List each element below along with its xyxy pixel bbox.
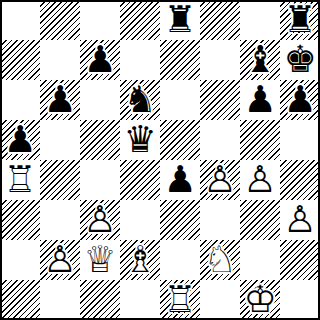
square-d4[interactable] bbox=[120, 160, 160, 200]
square-h2[interactable] bbox=[280, 240, 320, 280]
white-rook-icon: ♖ bbox=[160, 280, 200, 320]
square-a4[interactable]: ♜♖ bbox=[0, 160, 40, 200]
square-d2[interactable]: ♝♗ bbox=[120, 240, 160, 280]
square-f1[interactable] bbox=[200, 280, 240, 320]
square-b7[interactable] bbox=[40, 40, 80, 80]
square-f2[interactable]: ♞♘ bbox=[200, 240, 240, 280]
square-h3[interactable]: ♟♙ bbox=[280, 200, 320, 240]
square-f3[interactable] bbox=[200, 200, 240, 240]
square-c8[interactable] bbox=[80, 0, 120, 40]
square-e5[interactable] bbox=[160, 120, 200, 160]
square-a8[interactable] bbox=[0, 0, 40, 40]
square-b6[interactable]: ♟♟ bbox=[40, 80, 80, 120]
square-b3[interactable] bbox=[40, 200, 80, 240]
chess-board-wrapper: ♜♜♜♜♟♟♝♝♚♚♟♟♞♞♟♟♟♟♟♟♛♛♜♖♟♟♟♙♟♙♟♙♟♙♟♙♛♕♝♗… bbox=[0, 0, 320, 320]
square-h6[interactable]: ♟♟ bbox=[280, 80, 320, 120]
black-bishop-icon: ♝ bbox=[240, 40, 280, 80]
black-rook-icon: ♜ bbox=[280, 0, 320, 40]
square-f4[interactable]: ♟♙ bbox=[200, 160, 240, 200]
square-a3[interactable] bbox=[0, 200, 40, 240]
white-pawn-icon: ♙ bbox=[80, 200, 120, 240]
square-a1[interactable] bbox=[0, 280, 40, 320]
square-c4[interactable] bbox=[80, 160, 120, 200]
white-pawn-icon: ♙ bbox=[240, 160, 280, 200]
square-b5[interactable] bbox=[40, 120, 80, 160]
square-a5[interactable]: ♟♟ bbox=[0, 120, 40, 160]
square-c3[interactable]: ♟♙ bbox=[80, 200, 120, 240]
square-h7[interactable]: ♚♚ bbox=[280, 40, 320, 80]
square-c6[interactable] bbox=[80, 80, 120, 120]
square-h1[interactable] bbox=[280, 280, 320, 320]
white-knight-icon: ♘ bbox=[200, 240, 240, 280]
square-d1[interactable] bbox=[120, 280, 160, 320]
white-pawn-icon: ♙ bbox=[40, 240, 80, 280]
square-c1[interactable] bbox=[80, 280, 120, 320]
square-b4[interactable] bbox=[40, 160, 80, 200]
square-b8[interactable] bbox=[40, 0, 80, 40]
square-g3[interactable] bbox=[240, 200, 280, 240]
square-f6[interactable] bbox=[200, 80, 240, 120]
square-e8[interactable]: ♜♜ bbox=[160, 0, 200, 40]
square-e2[interactable] bbox=[160, 240, 200, 280]
square-g8[interactable] bbox=[240, 0, 280, 40]
square-g6[interactable]: ♟♟ bbox=[240, 80, 280, 120]
square-g5[interactable] bbox=[240, 120, 280, 160]
square-g1[interactable]: ♚♔ bbox=[240, 280, 280, 320]
square-e7[interactable] bbox=[160, 40, 200, 80]
white-bishop-icon: ♗ bbox=[120, 240, 160, 280]
square-d7[interactable] bbox=[120, 40, 160, 80]
square-h8[interactable]: ♜♜ bbox=[280, 0, 320, 40]
black-pawn-icon: ♟ bbox=[160, 160, 200, 200]
chess-board: ♜♜♜♜♟♟♝♝♚♚♟♟♞♞♟♟♟♟♟♟♛♛♜♖♟♟♟♙♟♙♟♙♟♙♟♙♛♕♝♗… bbox=[0, 0, 320, 320]
square-a6[interactable] bbox=[0, 80, 40, 120]
black-pawn-icon: ♟ bbox=[0, 120, 40, 160]
square-g4[interactable]: ♟♙ bbox=[240, 160, 280, 200]
square-b2[interactable]: ♟♙ bbox=[40, 240, 80, 280]
square-a2[interactable] bbox=[0, 240, 40, 280]
square-d5[interactable]: ♛♛ bbox=[120, 120, 160, 160]
square-h4[interactable] bbox=[280, 160, 320, 200]
white-rook-icon: ♖ bbox=[0, 160, 40, 200]
white-pawn-icon: ♙ bbox=[200, 160, 240, 200]
square-e6[interactable] bbox=[160, 80, 200, 120]
square-d6[interactable]: ♞♞ bbox=[120, 80, 160, 120]
black-knight-icon: ♞ bbox=[120, 80, 160, 120]
black-pawn-icon: ♟ bbox=[40, 80, 80, 120]
square-g7[interactable]: ♝♝ bbox=[240, 40, 280, 80]
white-king-icon: ♔ bbox=[240, 280, 280, 320]
square-e1[interactable]: ♜♖ bbox=[160, 280, 200, 320]
white-queen-icon: ♕ bbox=[80, 240, 120, 280]
black-pawn-icon: ♟ bbox=[80, 40, 120, 80]
square-d8[interactable] bbox=[120, 0, 160, 40]
black-queen-icon: ♛ bbox=[120, 120, 160, 160]
square-c5[interactable] bbox=[80, 120, 120, 160]
square-e4[interactable]: ♟♟ bbox=[160, 160, 200, 200]
white-pawn-icon: ♙ bbox=[280, 200, 320, 240]
square-e3[interactable] bbox=[160, 200, 200, 240]
square-a7[interactable] bbox=[0, 40, 40, 80]
square-c7[interactable]: ♟♟ bbox=[80, 40, 120, 80]
square-h5[interactable] bbox=[280, 120, 320, 160]
square-b1[interactable] bbox=[40, 280, 80, 320]
black-king-icon: ♚ bbox=[280, 40, 320, 80]
square-c2[interactable]: ♛♕ bbox=[80, 240, 120, 280]
square-f7[interactable] bbox=[200, 40, 240, 80]
square-g2[interactable] bbox=[240, 240, 280, 280]
square-f8[interactable] bbox=[200, 0, 240, 40]
black-rook-icon: ♜ bbox=[160, 0, 200, 40]
square-d3[interactable] bbox=[120, 200, 160, 240]
black-pawn-icon: ♟ bbox=[240, 80, 280, 120]
black-pawn-icon: ♟ bbox=[280, 80, 320, 120]
square-f5[interactable] bbox=[200, 120, 240, 160]
